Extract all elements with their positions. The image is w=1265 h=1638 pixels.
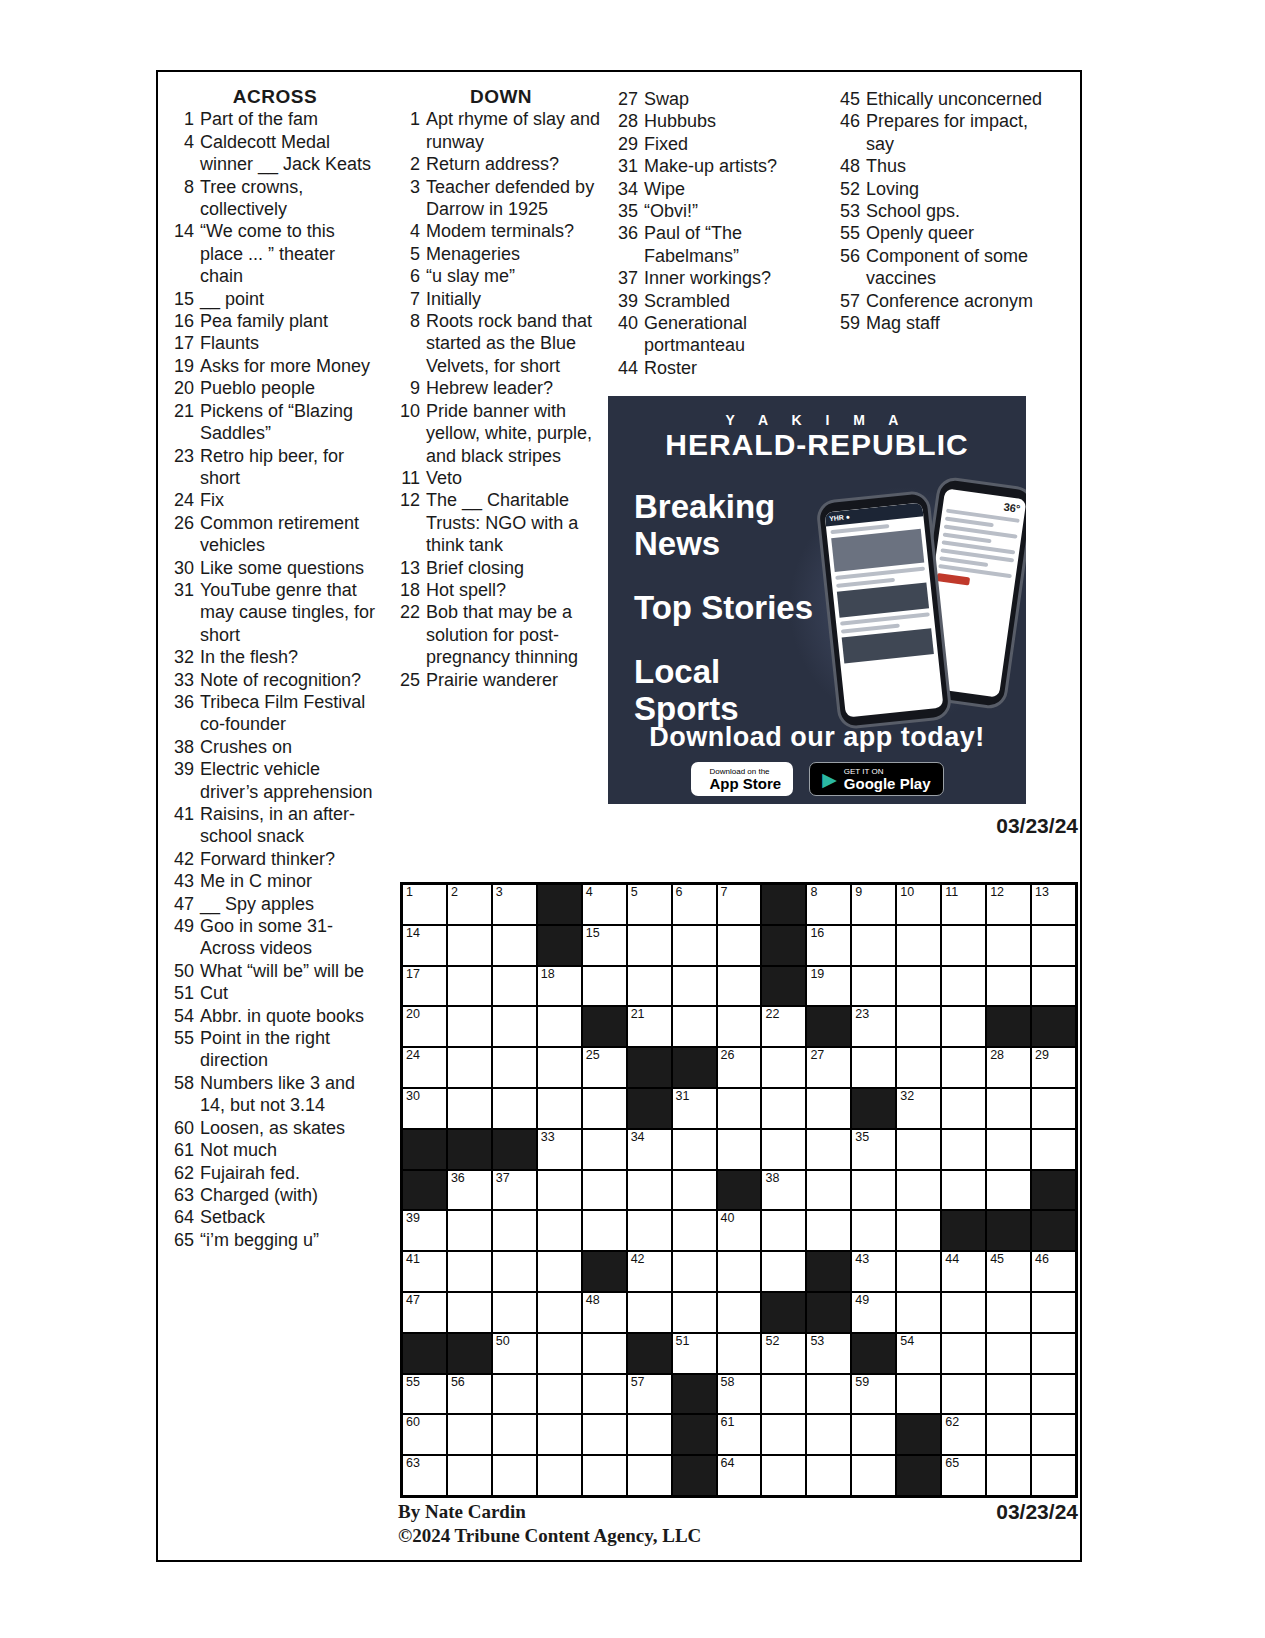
clue-number: 10 — [394, 400, 426, 467]
white-cell[interactable] — [942, 967, 985, 1006]
white-cell[interactable]: 61 — [718, 1415, 761, 1454]
clue-number: 41 — [168, 803, 200, 848]
white-cell[interactable] — [493, 1252, 536, 1291]
white-cell[interactable]: 57 — [628, 1375, 671, 1414]
clue-item: 43Me in C minor — [168, 870, 382, 892]
down-clue-list-3: 45Ethically unconcerned46Prepares for im… — [834, 88, 1052, 334]
white-cell[interactable] — [987, 1130, 1030, 1169]
white-cell[interactable] — [897, 1293, 940, 1332]
white-cell[interactable]: 47 — [403, 1293, 446, 1332]
cell-number: 12 — [990, 886, 1004, 899]
black-cell — [403, 1130, 446, 1169]
white-cell[interactable] — [493, 1375, 536, 1414]
cell-number: 33 — [541, 1131, 555, 1144]
clue-item: 38Crushes on — [168, 736, 382, 758]
clue-item: 36Paul of “The Fabelmans” — [612, 222, 828, 267]
white-cell[interactable] — [448, 926, 491, 965]
white-cell[interactable] — [448, 967, 491, 1006]
white-cell[interactable] — [628, 1171, 671, 1210]
black-cell — [1032, 1007, 1075, 1046]
white-cell[interactable] — [897, 1252, 940, 1291]
white-cell[interactable] — [583, 1456, 626, 1495]
clue-item: 5Menageries — [394, 243, 608, 265]
white-cell[interactable] — [987, 1089, 1030, 1128]
white-cell[interactable] — [628, 1293, 671, 1332]
cell-number: 34 — [631, 1131, 645, 1144]
white-cell[interactable] — [942, 1334, 985, 1373]
white-cell[interactable]: 21 — [628, 1007, 671, 1046]
white-cell[interactable] — [538, 1089, 581, 1128]
white-cell[interactable]: 46 — [1032, 1252, 1075, 1291]
white-cell[interactable]: 33 — [538, 1130, 581, 1169]
white-cell[interactable]: 32 — [897, 1089, 940, 1128]
white-cell[interactable] — [1032, 1089, 1075, 1128]
clue-text: Apt rhyme of slay and runway — [426, 108, 608, 153]
clue-text: Modem terminals? — [426, 220, 608, 242]
clue-text: Ethically unconcerned — [866, 88, 1052, 110]
white-cell[interactable] — [538, 1048, 581, 1087]
white-cell[interactable] — [987, 1293, 1030, 1332]
white-cell[interactable] — [628, 1211, 671, 1250]
white-cell[interactable]: 38 — [762, 1171, 805, 1210]
white-cell[interactable] — [538, 1456, 581, 1495]
black-cell — [762, 885, 805, 924]
clue-item: 9Hebrew leader? — [394, 377, 608, 399]
white-cell[interactable] — [538, 1293, 581, 1332]
white-cell[interactable] — [493, 967, 536, 1006]
white-cell[interactable]: 26 — [718, 1048, 761, 1087]
white-cell[interactable] — [762, 1089, 805, 1128]
clue-number: 20 — [168, 377, 200, 399]
white-cell[interactable]: 7 — [718, 885, 761, 924]
white-cell[interactable] — [583, 1130, 626, 1169]
white-cell[interactable] — [897, 1048, 940, 1087]
clue-item: 46Prepares for impact, say — [834, 110, 1052, 155]
clue-text: Abbr. in quote books — [200, 1005, 382, 1027]
clue-text: Hebrew leader? — [426, 377, 608, 399]
white-cell[interactable] — [987, 1456, 1030, 1495]
white-cell[interactable]: 27 — [807, 1048, 850, 1087]
white-cell[interactable]: 11 — [942, 885, 985, 924]
white-cell[interactable] — [942, 1048, 985, 1087]
clue-text: Thus — [866, 155, 1052, 177]
clue-number: 7 — [394, 288, 426, 310]
white-cell[interactable] — [673, 967, 716, 1006]
clue-number: 27 — [612, 88, 644, 110]
puzzle-date-bottom: 03/23/24 — [850, 1500, 1078, 1524]
clue-number: 43 — [168, 870, 200, 892]
white-cell[interactable] — [583, 967, 626, 1006]
clue-number: 9 — [394, 377, 426, 399]
white-cell[interactable] — [538, 1415, 581, 1454]
white-cell[interactable]: 35 — [852, 1130, 895, 1169]
white-cell[interactable]: 15 — [583, 926, 626, 965]
white-cell[interactable] — [448, 1252, 491, 1291]
white-cell[interactable] — [942, 926, 985, 965]
white-cell[interactable]: 58 — [718, 1375, 761, 1414]
white-cell[interactable]: 3 — [493, 885, 536, 924]
white-cell[interactable] — [762, 1456, 805, 1495]
clue-text: Wipe — [644, 178, 828, 200]
white-cell[interactable]: 41 — [403, 1252, 446, 1291]
clue-number: 8 — [168, 176, 200, 221]
clue-text: Teacher defended by Darrow in 1925 — [426, 176, 608, 221]
white-cell[interactable] — [673, 1252, 716, 1291]
white-cell[interactable] — [987, 967, 1030, 1006]
white-cell[interactable] — [628, 1415, 671, 1454]
white-cell[interactable] — [852, 967, 895, 1006]
clue-item: 12The __ Charitable Trusts: NGO with a t… — [394, 489, 608, 556]
black-cell — [1032, 1171, 1075, 1210]
white-cell[interactable] — [718, 1089, 761, 1128]
clue-text: Bob that may be a solution for post-preg… — [426, 601, 608, 668]
white-cell[interactable] — [897, 1211, 940, 1250]
white-cell[interactable] — [673, 926, 716, 965]
white-cell[interactable] — [628, 926, 671, 965]
white-cell[interactable] — [538, 1211, 581, 1250]
white-cell[interactable]: 53 — [807, 1334, 850, 1373]
white-cell[interactable] — [583, 1334, 626, 1373]
white-cell[interactable]: 16 — [807, 926, 850, 965]
white-cell[interactable]: 31 — [673, 1089, 716, 1128]
white-cell[interactable]: 22 — [762, 1007, 805, 1046]
cell-number: 49 — [855, 1294, 869, 1307]
white-cell[interactable] — [448, 1415, 491, 1454]
white-cell[interactable]: 9 — [852, 885, 895, 924]
white-cell[interactable]: 34 — [628, 1130, 671, 1169]
white-cell[interactable] — [538, 1007, 581, 1046]
clue-item: 39Scrambled — [612, 290, 828, 312]
clue-number: 54 — [168, 1005, 200, 1027]
white-cell[interactable] — [807, 1089, 850, 1128]
app-store-badge-label: App Store — [710, 776, 782, 792]
white-cell[interactable] — [583, 1171, 626, 1210]
white-cell[interactable]: 55 — [403, 1375, 446, 1414]
cell-number: 30 — [406, 1090, 420, 1103]
cell-number: 51 — [676, 1335, 690, 1348]
across-clues-column: ACROSS 1Part of the fam4Caldecott Medal … — [168, 86, 382, 1251]
white-cell[interactable]: 43 — [852, 1252, 895, 1291]
white-cell[interactable] — [718, 1130, 761, 1169]
clue-text: In the flesh? — [200, 646, 382, 668]
phone-red-button — [936, 573, 970, 585]
white-cell[interactable] — [448, 1089, 491, 1128]
cell-number: 28 — [990, 1049, 1004, 1062]
clue-item: 54Abbr. in quote books — [168, 1005, 382, 1027]
clue-text: What “will be” will be — [200, 960, 382, 982]
clue-text: Cut — [200, 982, 382, 1004]
white-cell[interactable]: 51 — [673, 1334, 716, 1373]
clue-item: 25Prairie wanderer — [394, 669, 608, 691]
white-cell[interactable] — [718, 1293, 761, 1332]
white-cell[interactable]: 25 — [583, 1048, 626, 1087]
white-cell[interactable] — [673, 1293, 716, 1332]
clue-number: 39 — [612, 290, 644, 312]
white-cell[interactable]: 10 — [897, 885, 940, 924]
white-cell[interactable] — [1032, 1456, 1075, 1495]
white-cell[interactable] — [448, 1456, 491, 1495]
white-cell[interactable]: 52 — [762, 1334, 805, 1373]
clue-number: 22 — [394, 601, 426, 668]
white-cell[interactable] — [987, 926, 1030, 965]
clue-text: Scrambled — [644, 290, 828, 312]
cell-number: 31 — [676, 1090, 690, 1103]
white-cell[interactable] — [718, 967, 761, 1006]
white-cell[interactable] — [673, 1130, 716, 1169]
puzzle-date-top: 03/23/24 — [850, 814, 1078, 838]
clue-text: Point in the right direction — [200, 1027, 382, 1072]
white-cell[interactable] — [897, 926, 940, 965]
white-cell[interactable]: 6 — [673, 885, 716, 924]
cell-number: 48 — [586, 1294, 600, 1307]
white-cell[interactable] — [1032, 1130, 1075, 1169]
white-cell[interactable] — [942, 1171, 985, 1210]
clue-number: 46 — [834, 110, 866, 155]
phone-news-photo-3 — [842, 628, 934, 663]
clue-text: Not much — [200, 1139, 382, 1161]
cell-number: 23 — [855, 1008, 869, 1021]
cell-number: 13 — [1035, 886, 1049, 899]
white-cell[interactable]: 28 — [987, 1048, 1030, 1087]
white-cell[interactable] — [762, 1415, 805, 1454]
white-cell[interactable] — [1032, 1293, 1075, 1332]
white-cell[interactable] — [807, 1415, 850, 1454]
white-cell[interactable]: 37 — [493, 1171, 536, 1210]
clue-item: 55Openly queer — [834, 222, 1052, 244]
white-cell[interactable] — [987, 1415, 1030, 1454]
clue-number: 45 — [834, 88, 866, 110]
white-cell[interactable]: 13 — [1032, 885, 1075, 924]
white-cell[interactable] — [942, 1007, 985, 1046]
black-cell — [583, 1252, 626, 1291]
white-cell[interactable]: 64 — [718, 1456, 761, 1495]
white-cell[interactable] — [942, 1293, 985, 1332]
white-cell[interactable] — [493, 1211, 536, 1250]
black-cell — [538, 885, 581, 924]
clue-number: 21 — [168, 400, 200, 445]
cell-number: 35 — [855, 1131, 869, 1144]
black-cell — [673, 1048, 716, 1087]
white-cell[interactable] — [987, 1334, 1030, 1373]
white-cell[interactable] — [897, 1375, 940, 1414]
clue-text: YouTube genre that may cause tingles, fo… — [200, 579, 382, 646]
clue-item: 28Hubbubs — [612, 110, 828, 132]
white-cell[interactable]: 48 — [583, 1293, 626, 1332]
white-cell[interactable] — [448, 1007, 491, 1046]
white-cell[interactable]: 30 — [403, 1089, 446, 1128]
clue-item: 35“Obvi!” — [612, 200, 828, 222]
clue-number: 57 — [834, 290, 866, 312]
clue-number: 49 — [168, 915, 200, 960]
white-cell[interactable] — [897, 1171, 940, 1210]
white-cell[interactable] — [897, 1130, 940, 1169]
white-cell[interactable]: 54 — [897, 1334, 940, 1373]
ad-cta: Download our app today! — [608, 722, 1026, 753]
white-cell[interactable]: 18 — [538, 967, 581, 1006]
white-cell[interactable]: 23 — [852, 1007, 895, 1046]
white-cell[interactable]: 14 — [403, 926, 446, 965]
white-cell[interactable] — [448, 1211, 491, 1250]
white-cell[interactable] — [852, 1211, 895, 1250]
white-cell[interactable]: 49 — [852, 1293, 895, 1332]
clue-number: 28 — [612, 110, 644, 132]
clue-item: 63Charged (with) — [168, 1184, 382, 1206]
white-cell[interactable]: 45 — [987, 1252, 1030, 1291]
white-cell[interactable]: 24 — [403, 1048, 446, 1087]
black-cell — [448, 1130, 491, 1169]
white-cell[interactable]: 8 — [807, 885, 850, 924]
white-cell[interactable] — [762, 1375, 805, 1414]
google-play-icon: ▶ — [822, 770, 837, 789]
white-cell[interactable] — [942, 1130, 985, 1169]
white-cell[interactable]: 59 — [852, 1375, 895, 1414]
app-store-badge[interactable]: Download on the App Store — [691, 762, 794, 796]
white-cell[interactable]: 20 — [403, 1007, 446, 1046]
white-cell[interactable] — [807, 1171, 850, 1210]
white-cell[interactable] — [852, 1048, 895, 1087]
white-cell[interactable] — [852, 926, 895, 965]
white-cell[interactable] — [762, 1252, 805, 1291]
white-cell[interactable] — [583, 1375, 626, 1414]
white-cell[interactable] — [1032, 1375, 1075, 1414]
white-cell[interactable] — [942, 1089, 985, 1128]
white-cell[interactable]: 4 — [583, 885, 626, 924]
clue-text: Roster — [644, 357, 828, 379]
white-cell[interactable] — [852, 1415, 895, 1454]
clue-item: 10Pride banner with yellow, white, purpl… — [394, 400, 608, 467]
white-cell[interactable] — [493, 1293, 536, 1332]
white-cell[interactable] — [987, 1171, 1030, 1210]
cell-number: 52 — [765, 1335, 779, 1348]
white-cell[interactable] — [493, 1456, 536, 1495]
clue-number: 39 — [168, 758, 200, 803]
white-cell[interactable] — [897, 967, 940, 1006]
white-cell[interactable]: 42 — [628, 1252, 671, 1291]
clue-item: 52Loving — [834, 178, 1052, 200]
white-cell[interactable]: 5 — [628, 885, 671, 924]
clue-item: 21Pickens of “Blazing Saddles” — [168, 400, 382, 445]
white-cell[interactable]: 44 — [942, 1252, 985, 1291]
white-cell[interactable]: 2 — [448, 885, 491, 924]
cell-number: 54 — [900, 1335, 914, 1348]
white-cell[interactable]: 63 — [403, 1456, 446, 1495]
white-cell[interactable]: 56 — [448, 1375, 491, 1414]
cell-number: 55 — [406, 1376, 420, 1389]
white-cell[interactable]: 1 — [403, 885, 446, 924]
white-cell[interactable] — [538, 1334, 581, 1373]
white-cell[interactable]: 65 — [942, 1456, 985, 1495]
clue-number: 53 — [834, 200, 866, 222]
white-cell[interactable]: 12 — [987, 885, 1030, 924]
white-cell[interactable] — [673, 1171, 716, 1210]
clue-text: Part of the fam — [200, 108, 382, 130]
white-cell[interactable] — [762, 1048, 805, 1087]
black-cell — [673, 1375, 716, 1414]
clue-item: 13Brief closing — [394, 557, 608, 579]
white-cell[interactable] — [628, 967, 671, 1006]
white-cell[interactable]: 62 — [942, 1415, 985, 1454]
white-cell[interactable] — [852, 1171, 895, 1210]
white-cell[interactable] — [762, 1211, 805, 1250]
white-cell[interactable] — [493, 1007, 536, 1046]
white-cell[interactable] — [762, 1130, 805, 1169]
white-cell[interactable] — [807, 1211, 850, 1250]
white-cell[interactable] — [718, 1252, 761, 1291]
white-cell[interactable] — [673, 1211, 716, 1250]
clue-number: 44 — [612, 357, 644, 379]
white-cell[interactable] — [538, 1171, 581, 1210]
white-cell[interactable] — [897, 1007, 940, 1046]
white-cell[interactable] — [718, 1007, 761, 1046]
white-cell[interactable]: 60 — [403, 1415, 446, 1454]
black-cell — [538, 926, 581, 965]
white-cell[interactable] — [852, 1456, 895, 1495]
white-cell[interactable] — [583, 1089, 626, 1128]
cell-number: 1 — [406, 886, 413, 899]
clue-text: Fixed — [644, 133, 828, 155]
white-cell[interactable] — [448, 1048, 491, 1087]
clue-text: Veto — [426, 467, 608, 489]
google-play-badge[interactable]: ▶ GET IT ON Google Play — [809, 762, 943, 796]
black-cell — [897, 1456, 940, 1495]
white-cell[interactable] — [987, 1375, 1030, 1414]
white-cell[interactable] — [807, 1130, 850, 1169]
white-cell[interactable] — [493, 1415, 536, 1454]
white-cell[interactable]: 19 — [807, 967, 850, 1006]
white-cell[interactable] — [1032, 967, 1075, 1006]
clue-number: 50 — [168, 960, 200, 982]
white-cell[interactable] — [493, 1048, 536, 1087]
white-cell[interactable]: 36 — [448, 1171, 491, 1210]
clue-text: Openly queer — [866, 222, 1052, 244]
black-cell — [897, 1415, 940, 1454]
white-cell[interactable] — [1032, 926, 1075, 965]
white-cell[interactable] — [583, 1415, 626, 1454]
white-cell[interactable] — [718, 926, 761, 965]
white-cell[interactable] — [538, 1375, 581, 1414]
white-cell[interactable]: 17 — [403, 967, 446, 1006]
white-cell[interactable] — [718, 1334, 761, 1373]
white-cell[interactable] — [448, 1293, 491, 1332]
white-cell[interactable] — [1032, 1334, 1075, 1373]
white-cell[interactable] — [807, 1375, 850, 1414]
white-cell[interactable] — [493, 1089, 536, 1128]
cell-number: 59 — [855, 1376, 869, 1389]
white-cell[interactable] — [493, 926, 536, 965]
white-cell[interactable] — [538, 1252, 581, 1291]
white-cell[interactable]: 40 — [718, 1211, 761, 1250]
white-cell[interactable] — [942, 1375, 985, 1414]
cell-number: 14 — [406, 927, 420, 940]
black-cell — [852, 1334, 895, 1373]
cell-number: 45 — [990, 1253, 1004, 1266]
copyright-line: ©2024 Tribune Content Agency, LLC — [398, 1524, 701, 1548]
clue-text: Fix — [200, 489, 382, 511]
white-cell[interactable] — [583, 1211, 626, 1250]
white-cell[interactable] — [673, 1007, 716, 1046]
cell-number: 17 — [406, 968, 420, 981]
white-cell[interactable]: 39 — [403, 1211, 446, 1250]
clue-text: Hubbubs — [644, 110, 828, 132]
white-cell[interactable] — [1032, 1415, 1075, 1454]
white-cell[interactable]: 29 — [1032, 1048, 1075, 1087]
white-cell[interactable] — [628, 1456, 671, 1495]
white-cell[interactable]: 50 — [493, 1334, 536, 1373]
clue-item: 3Teacher defended by Darrow in 1925 — [394, 176, 608, 221]
cell-number: 56 — [451, 1376, 465, 1389]
clue-number: 1 — [168, 108, 200, 130]
white-cell[interactable] — [807, 1456, 850, 1495]
